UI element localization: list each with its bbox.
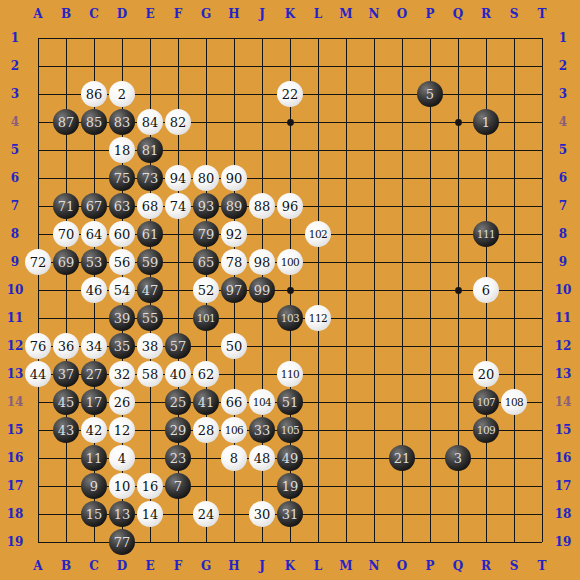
col-label-bottom-E: E	[136, 558, 164, 574]
stone-number: 85	[86, 115, 103, 130]
stone-number: 7	[174, 479, 182, 494]
stone-E13-move-58[interactable]: 58	[137, 361, 163, 387]
stone-J16-move-48[interactable]: 48	[249, 445, 275, 471]
col-label-top-J: J	[248, 6, 276, 22]
stone-number: 35	[114, 339, 131, 354]
stone-number: 26	[114, 395, 131, 410]
col-label-bottom-D: D	[108, 558, 136, 574]
stone-number: 3	[454, 451, 462, 466]
stone-number: 103	[281, 312, 300, 324]
stone-D12-move-35[interactable]: 35	[109, 333, 135, 359]
stone-number: 6	[482, 283, 490, 298]
stone-number: 11	[86, 451, 103, 466]
stone-number: 48	[254, 451, 271, 466]
stone-C8-move-64[interactable]: 64	[81, 221, 107, 247]
stone-number: 29	[170, 423, 187, 438]
stone-J7-move-88[interactable]: 88	[249, 193, 275, 219]
stone-G18-move-24[interactable]: 24	[193, 501, 219, 527]
stone-number: 46	[86, 283, 103, 298]
stone-number: 39	[114, 311, 131, 326]
stone-H8-move-92[interactable]: 92	[221, 221, 247, 247]
stone-number: 13	[114, 507, 131, 522]
stone-D10-move-54[interactable]: 54	[109, 277, 135, 303]
stone-B14-move-45[interactable]: 45	[53, 389, 79, 415]
stone-E10-move-47[interactable]: 47	[137, 277, 163, 303]
stone-number: 58	[142, 367, 159, 382]
stone-number: 27	[86, 367, 103, 382]
stone-number: 21	[394, 451, 411, 466]
stone-number: 84	[142, 115, 159, 130]
stone-number: 64	[86, 227, 103, 242]
stone-number: 45	[58, 395, 75, 410]
stone-G15-move-28[interactable]: 28	[193, 417, 219, 443]
stone-B8-move-70[interactable]: 70	[53, 221, 79, 247]
stone-number: 100	[281, 256, 300, 268]
stone-number: 99	[254, 283, 271, 298]
col-label-bottom-F: F	[164, 558, 192, 574]
stone-R13-move-20[interactable]: 20	[473, 361, 499, 387]
stone-K7-move-96[interactable]: 96	[277, 193, 303, 219]
stone-K14-move-51[interactable]: 51	[277, 389, 303, 415]
stone-number: 87	[58, 115, 75, 130]
stone-F12-move-57[interactable]: 57	[165, 333, 191, 359]
stone-number: 112	[309, 312, 328, 324]
stone-number: 108	[505, 396, 524, 408]
stone-R10-move-6[interactable]: 6	[473, 277, 499, 303]
stone-D16-move-4[interactable]: 4	[109, 445, 135, 471]
stone-K15-move-105[interactable]: 105	[277, 417, 303, 443]
stone-J9-move-98[interactable]: 98	[249, 249, 275, 275]
stone-H12-move-50[interactable]: 50	[221, 333, 247, 359]
stone-B13-move-37[interactable]: 37	[53, 361, 79, 387]
stone-R14-move-107[interactable]: 107	[473, 389, 499, 415]
col-label-bottom-C: C	[80, 558, 108, 574]
stone-G7-move-93[interactable]: 93	[193, 193, 219, 219]
stone-D11-move-39[interactable]: 39	[109, 305, 135, 331]
stone-D8-move-60[interactable]: 60	[109, 221, 135, 247]
stone-number: 32	[114, 367, 131, 382]
stone-number: 16	[142, 479, 159, 494]
stone-H16-move-8[interactable]: 8	[221, 445, 247, 471]
stone-number: 75	[114, 171, 131, 186]
stone-number: 74	[170, 199, 187, 214]
stone-G9-move-65[interactable]: 65	[193, 249, 219, 275]
stone-D17-move-10[interactable]: 10	[109, 473, 135, 499]
stone-number: 1	[482, 115, 490, 130]
col-label-top-Q: Q	[444, 6, 472, 22]
stone-number: 69	[58, 255, 75, 270]
stone-H9-move-78[interactable]: 78	[221, 249, 247, 275]
stone-number: 88	[254, 199, 271, 214]
col-label-top-E: E	[136, 6, 164, 22]
col-label-bottom-B: B	[52, 558, 80, 574]
stone-E6-move-73[interactable]: 73	[137, 165, 163, 191]
stone-G13-move-62[interactable]: 62	[193, 361, 219, 387]
stone-D3-move-2[interactable]: 2	[109, 81, 135, 107]
stone-number: 73	[142, 171, 159, 186]
stone-number: 17	[86, 395, 103, 410]
stone-number: 54	[114, 283, 131, 298]
stone-B15-move-43[interactable]: 43	[53, 417, 79, 443]
stone-number: 107	[477, 396, 496, 408]
col-label-top-M: M	[332, 6, 360, 22]
stone-E18-move-14[interactable]: 14	[137, 501, 163, 527]
stone-number: 56	[114, 255, 131, 270]
stone-number: 104	[253, 396, 272, 408]
stone-number: 77	[114, 535, 131, 550]
stone-D5-move-18[interactable]: 18	[109, 137, 135, 163]
stone-C9-move-53[interactable]: 53	[81, 249, 107, 275]
col-label-bottom-A: A	[24, 558, 52, 574]
col-label-top-N: N	[360, 6, 388, 22]
go-board-diagram: ABCDEFGHJKLMNOPQRST ABCDEFGHJKLMNOPQRST …	[0, 0, 580, 580]
stone-number: 40	[170, 367, 187, 382]
stone-number: 55	[142, 311, 159, 326]
col-label-bottom-L: L	[304, 558, 332, 574]
stone-L11-move-112[interactable]: 112	[305, 305, 331, 331]
stone-E9-move-59[interactable]: 59	[137, 249, 163, 275]
stone-K9-move-100[interactable]: 100	[277, 249, 303, 275]
stone-number: 8	[230, 451, 238, 466]
stone-R15-move-109[interactable]: 109	[473, 417, 499, 443]
stone-number: 106	[225, 424, 244, 436]
stone-C4-move-85[interactable]: 85	[81, 109, 107, 135]
stone-number: 81	[142, 143, 159, 158]
stone-F14-move-25[interactable]: 25	[165, 389, 191, 415]
col-label-top-K: K	[276, 6, 304, 22]
stone-F17-move-7[interactable]: 7	[165, 473, 191, 499]
stone-E7-move-68[interactable]: 68	[137, 193, 163, 219]
col-label-top-H: H	[220, 6, 248, 22]
stone-number: 61	[142, 227, 159, 242]
stone-number: 76	[30, 339, 47, 354]
col-label-top-R: R	[472, 6, 500, 22]
stone-H15-move-106[interactable]: 106	[221, 417, 247, 443]
stone-H6-move-90[interactable]: 90	[221, 165, 247, 191]
col-label-top-T: T	[528, 6, 556, 22]
col-label-bottom-G: G	[192, 558, 220, 574]
stone-F7-move-74[interactable]: 74	[165, 193, 191, 219]
stone-number: 90	[226, 171, 243, 186]
stone-L8-move-102[interactable]: 102	[305, 221, 331, 247]
stone-number: 110	[281, 368, 300, 380]
stone-number: 31	[282, 507, 299, 522]
stone-C10-move-46[interactable]: 46	[81, 277, 107, 303]
stone-D9-move-56[interactable]: 56	[109, 249, 135, 275]
stone-J10-move-99[interactable]: 99	[249, 277, 275, 303]
stone-number: 62	[198, 367, 215, 382]
col-label-top-L: L	[304, 6, 332, 22]
stone-number: 14	[142, 507, 159, 522]
stone-E4-move-84[interactable]: 84	[137, 109, 163, 135]
stone-A13-move-44[interactable]: 44	[25, 361, 51, 387]
stone-number: 57	[170, 339, 187, 354]
stone-number: 86	[86, 87, 103, 102]
stone-C3-move-86[interactable]: 86	[81, 81, 107, 107]
col-label-top-C: C	[80, 6, 108, 22]
stone-number: 102	[309, 228, 328, 240]
stone-number: 82	[170, 115, 187, 130]
stone-C15-move-42[interactable]: 42	[81, 417, 107, 443]
stone-number: 2	[118, 87, 126, 102]
stone-number: 63	[114, 199, 131, 214]
col-label-bottom-N: N	[360, 558, 388, 574]
stone-number: 22	[282, 87, 299, 102]
stone-number: 41	[198, 395, 215, 410]
stone-F16-move-23[interactable]: 23	[165, 445, 191, 471]
stone-number: 65	[198, 255, 215, 270]
stone-G10-move-52[interactable]: 52	[193, 277, 219, 303]
stone-number: 72	[30, 255, 47, 270]
stone-E12-move-38[interactable]: 38	[137, 333, 163, 359]
stone-E5-move-81[interactable]: 81	[137, 137, 163, 163]
stone-E17-move-16[interactable]: 16	[137, 473, 163, 499]
stone-F13-move-40[interactable]: 40	[165, 361, 191, 387]
stone-G6-move-80[interactable]: 80	[193, 165, 219, 191]
stone-number: 10	[114, 479, 131, 494]
stone-C14-move-17[interactable]: 17	[81, 389, 107, 415]
stone-number: 42	[86, 423, 103, 438]
stone-number: 53	[86, 255, 103, 270]
stone-J18-move-30[interactable]: 30	[249, 501, 275, 527]
stone-number: 20	[478, 367, 495, 382]
stone-number: 94	[170, 171, 187, 186]
goban-grid[interactable]: 1234567891011121314151617181920212223242…	[24, 24, 556, 556]
stone-number: 83	[114, 115, 131, 130]
stone-K3-move-22[interactable]: 22	[277, 81, 303, 107]
stone-number: 33	[254, 423, 271, 438]
stone-number: 4	[118, 451, 126, 466]
stone-number: 51	[282, 395, 299, 410]
stone-number: 43	[58, 423, 75, 438]
col-label-bottom-S: S	[500, 558, 528, 574]
col-label-top-B: B	[52, 6, 80, 22]
stone-B9-move-69[interactable]: 69	[53, 249, 79, 275]
stone-K18-move-31[interactable]: 31	[277, 501, 303, 527]
stone-A9-move-72[interactable]: 72	[25, 249, 51, 275]
col-label-bottom-Q: Q	[444, 558, 472, 574]
stone-A12-move-76[interactable]: 76	[25, 333, 51, 359]
stone-K13-move-110[interactable]: 110	[277, 361, 303, 387]
stone-number: 12	[114, 423, 131, 438]
stone-number: 38	[142, 339, 159, 354]
stone-number: 9	[90, 479, 98, 494]
stone-F15-move-29[interactable]: 29	[165, 417, 191, 443]
stone-D14-move-26[interactable]: 26	[109, 389, 135, 415]
col-label-top-F: F	[164, 6, 192, 22]
stone-C12-move-34[interactable]: 34	[81, 333, 107, 359]
stone-number: 15	[86, 507, 103, 522]
stone-G11-move-101[interactable]: 101	[193, 305, 219, 331]
stone-H10-move-97[interactable]: 97	[221, 277, 247, 303]
stone-number: 79	[198, 227, 215, 242]
stone-G14-move-41[interactable]: 41	[193, 389, 219, 415]
stone-C18-move-15[interactable]: 15	[81, 501, 107, 527]
col-label-top-O: O	[388, 6, 416, 22]
stone-number: 111	[477, 228, 496, 240]
stone-R4-move-1[interactable]: 1	[473, 109, 499, 135]
stone-E11-move-55[interactable]: 55	[137, 305, 163, 331]
stone-number: 92	[226, 227, 243, 242]
col-label-bottom-J: J	[248, 558, 276, 574]
stone-number: 49	[282, 451, 299, 466]
stone-number: 89	[226, 199, 243, 214]
col-label-bottom-T: T	[528, 558, 556, 574]
stone-C16-move-11[interactable]: 11	[81, 445, 107, 471]
stone-number: 18	[114, 143, 131, 158]
stone-number: 80	[198, 171, 215, 186]
stone-J15-move-33[interactable]: 33	[249, 417, 275, 443]
stone-D4-move-83[interactable]: 83	[109, 109, 135, 135]
stone-K17-move-19[interactable]: 19	[277, 473, 303, 499]
stone-F4-move-82[interactable]: 82	[165, 109, 191, 135]
stone-S14-move-108[interactable]: 108	[501, 389, 527, 415]
stone-number: 105	[281, 424, 300, 436]
stone-number: 34	[86, 339, 103, 354]
stone-number: 59	[142, 255, 159, 270]
col-label-bottom-H: H	[220, 558, 248, 574]
col-label-bottom-K: K	[276, 558, 304, 574]
stone-D6-move-75[interactable]: 75	[109, 165, 135, 191]
stone-number: 109	[477, 424, 496, 436]
stone-H7-move-89[interactable]: 89	[221, 193, 247, 219]
stone-C7-move-67[interactable]: 67	[81, 193, 107, 219]
stone-number: 52	[198, 283, 215, 298]
stone-K16-move-49[interactable]: 49	[277, 445, 303, 471]
stone-J14-move-104[interactable]: 104	[249, 389, 275, 415]
col-label-top-S: S	[500, 6, 528, 22]
stone-number: 5	[426, 87, 434, 102]
stone-number: 25	[170, 395, 187, 410]
stone-number: 68	[142, 199, 159, 214]
stone-F6-move-94[interactable]: 94	[165, 165, 191, 191]
stone-K11-move-103[interactable]: 103	[277, 305, 303, 331]
stone-number: 71	[58, 199, 75, 214]
stone-number: 47	[142, 283, 159, 298]
col-label-top-G: G	[192, 6, 220, 22]
stone-number: 78	[226, 255, 243, 270]
stone-number: 67	[86, 199, 103, 214]
stone-number: 44	[30, 367, 47, 382]
stone-number: 24	[198, 507, 215, 522]
col-label-bottom-M: M	[332, 558, 360, 574]
stone-C13-move-27[interactable]: 27	[81, 361, 107, 387]
stone-number: 96	[282, 199, 299, 214]
stone-number: 30	[254, 507, 271, 522]
stone-D13-move-32[interactable]: 32	[109, 361, 135, 387]
stone-number: 97	[226, 283, 243, 298]
col-label-top-D: D	[108, 6, 136, 22]
stone-D18-move-13[interactable]: 13	[109, 501, 135, 527]
stone-O16-move-21[interactable]: 21	[389, 445, 415, 471]
col-label-top-A: A	[24, 6, 52, 22]
stone-number: 37	[58, 367, 75, 382]
stone-C17-move-9[interactable]: 9	[81, 473, 107, 499]
stone-number: 19	[282, 479, 299, 494]
stone-number: 28	[198, 423, 215, 438]
col-label-bottom-O: O	[388, 558, 416, 574]
stone-R8-move-111[interactable]: 111	[473, 221, 499, 247]
stone-number: 93	[198, 199, 215, 214]
stone-E8-move-61[interactable]: 61	[137, 221, 163, 247]
stone-D15-move-12[interactable]: 12	[109, 417, 135, 443]
stone-H14-move-66[interactable]: 66	[221, 389, 247, 415]
stone-number: 70	[58, 227, 75, 242]
stone-B12-move-36[interactable]: 36	[53, 333, 79, 359]
stone-B4-move-87[interactable]: 87	[53, 109, 79, 135]
stone-D7-move-63[interactable]: 63	[109, 193, 135, 219]
col-label-bottom-P: P	[416, 558, 444, 574]
col-label-top-P: P	[416, 6, 444, 22]
stone-number: 60	[114, 227, 131, 242]
stone-Q16-move-3[interactable]: 3	[445, 445, 471, 471]
stone-number: 36	[58, 339, 75, 354]
stone-number: 50	[226, 339, 243, 354]
stone-number: 101	[197, 312, 216, 324]
stone-P3-move-5[interactable]: 5	[417, 81, 443, 107]
stone-number: 66	[226, 395, 243, 410]
stone-B7-move-71[interactable]: 71	[53, 193, 79, 219]
stone-D19-move-77[interactable]: 77	[109, 529, 135, 555]
col-label-bottom-R: R	[472, 558, 500, 574]
stone-G8-move-79[interactable]: 79	[193, 221, 219, 247]
stone-number: 23	[170, 451, 187, 466]
stone-number: 98	[254, 255, 271, 270]
